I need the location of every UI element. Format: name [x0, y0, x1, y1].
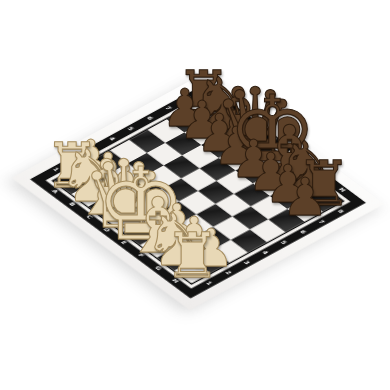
chessboard-grid	[54, 99, 342, 283]
chess-set-product-photo: AABBCCDDEEFFGGHH8877665544332211 ♜♟♞♟♝♟♛…	[0, 0, 390, 390]
chessboard-mat: AABBCCDDEEFFGGHH8877665544332211	[12, 72, 384, 310]
